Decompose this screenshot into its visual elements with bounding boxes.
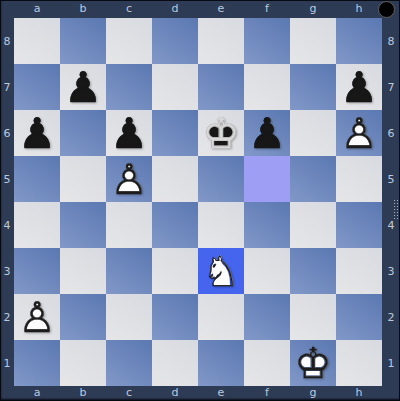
square-c2[interactable] — [106, 294, 152, 340]
square-e5[interactable] — [198, 156, 244, 202]
file-label-top-e: e — [198, 0, 244, 18]
white-knight-e3[interactable]: ♞♘ — [198, 248, 244, 294]
file-label-top-c: c — [106, 0, 152, 18]
white-pawn-c5[interactable]: ♟♙ — [106, 156, 152, 202]
black-pawn-f6-outline: ♙ — [244, 110, 290, 156]
square-f3[interactable] — [244, 248, 290, 294]
black-pawn-b7-outline: ♙ — [60, 64, 106, 110]
file-label-bottom-a: a — [14, 386, 60, 401]
square-e1[interactable] — [198, 340, 244, 386]
square-h6[interactable]: ♟♙ — [336, 110, 382, 156]
rank-label-left-5: 5 — [0, 156, 14, 202]
square-a1[interactable] — [14, 340, 60, 386]
drag-grip-dots-icon[interactable] — [393, 199, 399, 220]
black-pawn-c6-outline: ♙ — [106, 110, 152, 156]
rank-label-right-1: 1 — [382, 340, 400, 386]
black-pawn-f6[interactable]: ♟♙ — [244, 110, 290, 156]
white-pawn-h6[interactable]: ♟♙ — [336, 110, 382, 156]
square-f8[interactable] — [244, 18, 290, 64]
file-label-top-b: b — [60, 0, 106, 18]
square-d1[interactable] — [152, 340, 198, 386]
black-king-e6-glyph: ♚ — [198, 110, 244, 156]
rank-labels-left: 8 7 6 5 4 3 2 1 — [0, 18, 14, 386]
square-b3[interactable] — [60, 248, 106, 294]
square-b2[interactable] — [60, 294, 106, 340]
black-pawn-h7[interactable]: ♟♙ — [336, 64, 382, 110]
square-h7[interactable]: ♟♙ — [336, 64, 382, 110]
square-e2[interactable] — [198, 294, 244, 340]
square-b1[interactable] — [60, 340, 106, 386]
square-e6[interactable]: ♚♔ — [198, 110, 244, 156]
square-a3[interactable] — [14, 248, 60, 294]
black-pawn-h7-outline: ♙ — [336, 64, 382, 110]
white-king-g1[interactable]: ♚♔ — [290, 340, 336, 386]
rank-label-left-6: 6 — [0, 110, 14, 156]
black-pawn-c6-glyph: ♟ — [106, 110, 152, 156]
board: ♟♙♟♙♟♙♟♙♚♔♟♙♟♙♟♙♞♘♟♙♚♔ — [14, 18, 382, 386]
square-h4[interactable] — [336, 202, 382, 248]
square-c3[interactable] — [106, 248, 152, 294]
black-pawn-f6-glyph: ♟ — [244, 110, 290, 156]
rank-label-right-6: 6 — [382, 110, 400, 156]
square-g8[interactable] — [290, 18, 336, 64]
chess-board-frame: a b c d e f g h 8 7 6 5 4 3 2 1 ♟♙♟♙♟♙♟♙… — [0, 0, 400, 401]
file-label-top-f: f — [244, 0, 290, 18]
file-label-bottom-d: d — [152, 386, 198, 401]
rank-label-left-2: 2 — [0, 294, 14, 340]
square-f2[interactable] — [244, 294, 290, 340]
black-pawn-a6[interactable]: ♟♙ — [14, 110, 60, 156]
square-e4[interactable] — [198, 202, 244, 248]
black-king-e6-outline: ♔ — [198, 110, 244, 156]
white-king-g1-outline: ♔ — [290, 340, 336, 386]
square-b8[interactable] — [60, 18, 106, 64]
black-pawn-h7-glyph: ♟ — [336, 64, 382, 110]
black-pawn-a6-glyph: ♟ — [14, 110, 60, 156]
square-c7[interactable] — [106, 64, 152, 110]
square-f7[interactable] — [244, 64, 290, 110]
square-g2[interactable] — [290, 294, 336, 340]
square-e3[interactable]: ♞♘ — [198, 248, 244, 294]
square-h8[interactable] — [336, 18, 382, 64]
square-g7[interactable] — [290, 64, 336, 110]
square-b7[interactable]: ♟♙ — [60, 64, 106, 110]
square-d2[interactable] — [152, 294, 198, 340]
square-g3[interactable] — [290, 248, 336, 294]
black-to-move-indicator-icon — [378, 1, 395, 18]
square-e7[interactable] — [198, 64, 244, 110]
file-label-bottom-b: b — [60, 386, 106, 401]
square-a7[interactable] — [14, 64, 60, 110]
square-e8[interactable] — [198, 18, 244, 64]
square-a2[interactable]: ♟♙ — [14, 294, 60, 340]
white-pawn-c5-glyph: ♟ — [106, 156, 152, 202]
black-pawn-b7-glyph: ♟ — [60, 64, 106, 110]
black-pawn-a6-outline: ♙ — [14, 110, 60, 156]
file-label-top-a: a — [14, 0, 60, 18]
rank-label-right-3: 3 — [382, 248, 400, 294]
file-label-top-g: g — [290, 0, 336, 18]
square-h3[interactable] — [336, 248, 382, 294]
square-c1[interactable] — [106, 340, 152, 386]
black-pawn-c6[interactable]: ♟♙ — [106, 110, 152, 156]
white-pawn-c5-outline: ♙ — [106, 156, 152, 202]
square-h5[interactable] — [336, 156, 382, 202]
black-king-e6[interactable]: ♚♔ — [198, 110, 244, 156]
square-g1[interactable]: ♚♔ — [290, 340, 336, 386]
square-b5[interactable] — [60, 156, 106, 202]
square-c8[interactable] — [106, 18, 152, 64]
square-c4[interactable] — [106, 202, 152, 248]
square-d5[interactable] — [152, 156, 198, 202]
white-pawn-h6-glyph: ♟ — [336, 110, 382, 156]
file-label-bottom-e: e — [198, 386, 244, 401]
file-label-top-h: h — [336, 0, 382, 18]
square-a8[interactable] — [14, 18, 60, 64]
white-pawn-h6-outline: ♙ — [336, 110, 382, 156]
square-h1[interactable] — [336, 340, 382, 386]
square-f6[interactable]: ♟♙ — [244, 110, 290, 156]
square-b4[interactable] — [60, 202, 106, 248]
white-knight-e3-outline: ♘ — [198, 248, 244, 294]
square-g5[interactable] — [290, 156, 336, 202]
square-a4[interactable] — [14, 202, 60, 248]
square-a6[interactable]: ♟♙ — [14, 110, 60, 156]
rank-label-left-1: 1 — [0, 340, 14, 386]
square-d6[interactable] — [152, 110, 198, 156]
square-a5[interactable] — [14, 156, 60, 202]
square-f1[interactable] — [244, 340, 290, 386]
file-label-bottom-c: c — [106, 386, 152, 401]
white-pawn-a2-outline: ♙ — [14, 294, 60, 340]
black-pawn-b7[interactable]: ♟♙ — [60, 64, 106, 110]
file-label-top-d: d — [152, 0, 198, 18]
square-h2[interactable] — [336, 294, 382, 340]
square-d8[interactable] — [152, 18, 198, 64]
square-d7[interactable] — [152, 64, 198, 110]
rank-label-left-8: 8 — [0, 18, 14, 64]
file-labels-top: a b c d e f g h — [14, 0, 382, 18]
rank-label-left-3: 3 — [0, 248, 14, 294]
square-f4[interactable] — [244, 202, 290, 248]
rank-label-right-2: 2 — [382, 294, 400, 340]
white-knight-e3-glyph: ♞ — [198, 248, 244, 294]
rank-label-right-7: 7 — [382, 64, 400, 110]
white-pawn-a2-glyph: ♟ — [14, 294, 60, 340]
file-label-bottom-h: h — [336, 386, 382, 401]
square-g6[interactable] — [290, 110, 336, 156]
rank-label-right-8: 8 — [382, 18, 400, 64]
file-label-bottom-g: g — [290, 386, 336, 401]
square-c6[interactable]: ♟♙ — [106, 110, 152, 156]
white-pawn-a2[interactable]: ♟♙ — [14, 294, 60, 340]
rank-label-left-4: 4 — [0, 202, 14, 248]
square-f5[interactable] — [244, 156, 290, 202]
square-g4[interactable] — [290, 202, 336, 248]
square-d3[interactable] — [152, 248, 198, 294]
rank-label-right-5: 5 — [382, 156, 400, 202]
white-king-g1-glyph: ♚ — [290, 340, 336, 386]
file-labels-bottom: a b c d e f g h — [14, 386, 382, 401]
rank-label-left-7: 7 — [0, 64, 14, 110]
square-c5[interactable]: ♟♙ — [106, 156, 152, 202]
square-d4[interactable] — [152, 202, 198, 248]
square-b6[interactable] — [60, 110, 106, 156]
file-label-bottom-f: f — [244, 386, 290, 401]
